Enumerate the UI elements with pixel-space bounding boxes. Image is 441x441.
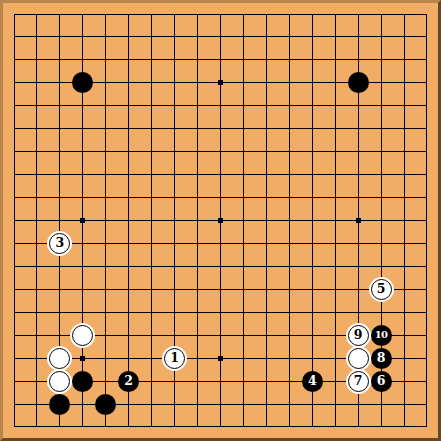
- stone-q4[interactable]: [348, 348, 369, 369]
- stone-q16[interactable]: [348, 72, 369, 93]
- stone-d5[interactable]: [72, 325, 93, 346]
- stone-e2[interactable]: [95, 394, 116, 415]
- stone-f3[interactable]: 2: [118, 371, 139, 392]
- stone-c2[interactable]: [49, 394, 70, 415]
- stone-q3[interactable]: 7: [348, 371, 369, 392]
- stone-r7[interactable]: 5: [371, 279, 392, 300]
- stone-r3[interactable]: 6: [371, 371, 392, 392]
- go-board[interactable]: 32145678910: [0, 0, 441, 441]
- stone-c9[interactable]: 3: [49, 233, 70, 254]
- stones-grid: 32145678910: [3, 3, 439, 439]
- stone-d16[interactable]: [72, 72, 93, 93]
- stone-r4[interactable]: 8: [371, 348, 392, 369]
- stone-c4[interactable]: [49, 348, 70, 369]
- stone-h4[interactable]: 1: [164, 348, 185, 369]
- stone-d3[interactable]: [72, 371, 93, 392]
- stone-o3[interactable]: 4: [302, 371, 323, 392]
- stone-q5[interactable]: 9: [348, 325, 369, 346]
- stone-c3[interactable]: [49, 371, 70, 392]
- stone-r5[interactable]: 10: [371, 325, 392, 346]
